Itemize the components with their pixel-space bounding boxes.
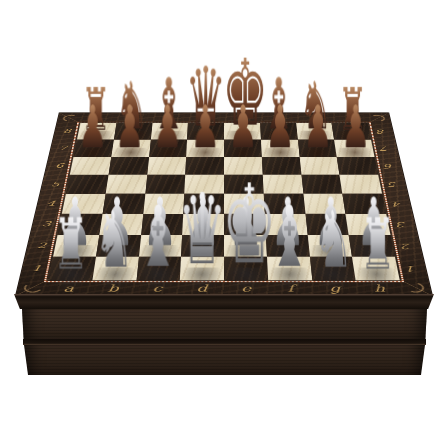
- rank-label-right-5: 5: [378, 175, 407, 194]
- box-base-front: [24, 345, 425, 375]
- rank-label-right-8: 8: [368, 123, 395, 139]
- rank-label-right-7: 7: [371, 140, 399, 157]
- chessboard: 87654321 87654321 abcdefgh ♜♞♝♛♚♝♞♜♟♟♟♟♟…: [16, 113, 432, 296]
- pinstripe-frame: [44, 122, 404, 283]
- box-lid-front: [22, 309, 427, 339]
- chess-set-photo: 87654321 87654321 abcdefgh ♜♞♝♛♚♝♞♜♟♟♟♟♟…: [0, 0, 448, 448]
- rank-label-right-2: 2: [390, 235, 422, 257]
- rank-label-right-4: 4: [382, 194, 412, 214]
- rank-label-right-6: 6: [375, 157, 404, 175]
- rank-label-right-3: 3: [386, 214, 417, 235]
- rank-label-right-1: 1: [395, 257, 428, 280]
- box-seam: [23, 339, 426, 345]
- board-scene: 87654321 87654321 abcdefgh ♜♞♝♛♚♝♞♜♟♟♟♟♟…: [0, 0, 448, 448]
- board-front-edge: [14, 294, 434, 309]
